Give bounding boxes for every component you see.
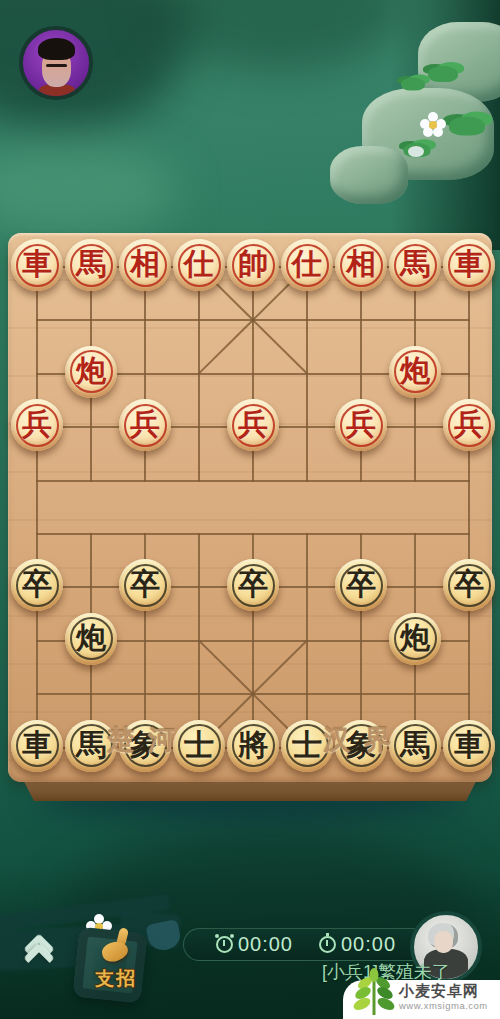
piece-red-仕[interactable]: 仕 xyxy=(173,239,225,291)
stopwatch-icon xyxy=(319,936,336,953)
piece-red-仕[interactable]: 仕 xyxy=(281,239,333,291)
piece-red-炮[interactable]: 炮 xyxy=(65,346,117,398)
avatar-hair xyxy=(38,38,75,60)
avatar-face xyxy=(434,931,453,953)
timer-total-value: 00:00 xyxy=(238,933,293,956)
dark-cloud-decor xyxy=(150,0,410,70)
plant-decor xyxy=(401,78,425,91)
piece-black-卒[interactable]: 卒 xyxy=(335,559,387,611)
piece-red-兵[interactable]: 兵 xyxy=(11,399,63,451)
hint-button-label: 支招 xyxy=(86,966,146,992)
river-label-right: 汉界 xyxy=(323,722,405,758)
piece-black-卒[interactable]: 卒 xyxy=(227,559,279,611)
piece-red-兵[interactable]: 兵 xyxy=(335,399,387,451)
river-label-left: 楚河 xyxy=(107,722,189,758)
piece-red-兵[interactable]: 兵 xyxy=(119,399,171,451)
timer-total: 00:00 xyxy=(216,933,293,956)
mist-decor xyxy=(0,140,180,240)
piece-black-卒[interactable]: 卒 xyxy=(443,559,495,611)
piece-black-將[interactable]: 將 xyxy=(227,720,279,772)
piece-black-炮[interactable]: 炮 xyxy=(389,613,441,665)
watermark-site-name: 小麦安卓网 xyxy=(399,983,488,1000)
piece-red-相[interactable]: 相 xyxy=(335,239,387,291)
timer-move: 00:00 xyxy=(319,933,396,956)
grid-line xyxy=(468,266,470,749)
xiangqi-board[interactable]: 車馬相仕帥仕相馬車炮炮兵兵兵兵兵卒卒卒卒卒炮炮車馬象士將士象馬車 楚河 汉界 xyxy=(8,233,492,782)
piece-red-相[interactable]: 相 xyxy=(119,239,171,291)
board-grid: 車馬相仕帥仕相馬車炮炮兵兵兵兵兵卒卒卒卒卒炮炮車馬象士將士象馬車 xyxy=(8,233,492,782)
plant-decor xyxy=(449,116,485,135)
avatar-brow xyxy=(46,64,67,67)
timer-bar: 00:00 00:00 xyxy=(183,928,429,961)
piece-red-車[interactable]: 車 xyxy=(11,239,63,291)
piece-red-車[interactable]: 車 xyxy=(443,239,495,291)
watermark-site-url: www.xmsigma.com xyxy=(399,1000,488,1011)
site-watermark: 小麦安卓网 www.xmsigma.com xyxy=(343,980,500,1019)
rock-decor xyxy=(330,146,408,204)
piece-red-馬[interactable]: 馬 xyxy=(65,239,117,291)
piece-red-兵[interactable]: 兵 xyxy=(443,399,495,451)
piece-red-兵[interactable]: 兵 xyxy=(227,399,279,451)
hint-button[interactable]: 支招 xyxy=(86,930,146,992)
piece-black-車[interactable]: 車 xyxy=(11,720,63,772)
piece-red-帥[interactable]: 帥 xyxy=(227,239,279,291)
wheat-logo-icon xyxy=(351,967,397,1017)
plant-decor xyxy=(428,66,458,82)
timer-move-value: 00:00 xyxy=(341,933,396,956)
pointing-hand-icon xyxy=(96,930,136,964)
game-screen: 車馬相仕帥仕相馬車炮炮兵兵兵兵兵卒卒卒卒卒炮炮車馬象士將士象馬車 楚河 汉界 0… xyxy=(0,0,500,1019)
player-avatar-top[interactable] xyxy=(19,26,93,100)
pebble-decor xyxy=(408,146,424,157)
piece-black-卒[interactable]: 卒 xyxy=(119,559,171,611)
piece-black-車[interactable]: 車 xyxy=(443,720,495,772)
collapse-panel-button[interactable] xyxy=(28,938,50,969)
alarm-clock-icon xyxy=(216,936,233,953)
grid-line xyxy=(36,266,38,749)
piece-red-馬[interactable]: 馬 xyxy=(389,239,441,291)
piece-black-卒[interactable]: 卒 xyxy=(11,559,63,611)
flower-decor xyxy=(420,112,446,138)
piece-black-炮[interactable]: 炮 xyxy=(65,613,117,665)
piece-red-炮[interactable]: 炮 xyxy=(389,346,441,398)
